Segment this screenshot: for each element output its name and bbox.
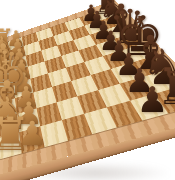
board-square bbox=[0, 132, 22, 159]
chess-photo: ♜♞♝♛♚♝♞♜♟♟♟♟♟♟♟♟♟♟♟♟♟♟♟♟♜♞♝♛♚♝♞♜ bbox=[0, 0, 175, 180]
